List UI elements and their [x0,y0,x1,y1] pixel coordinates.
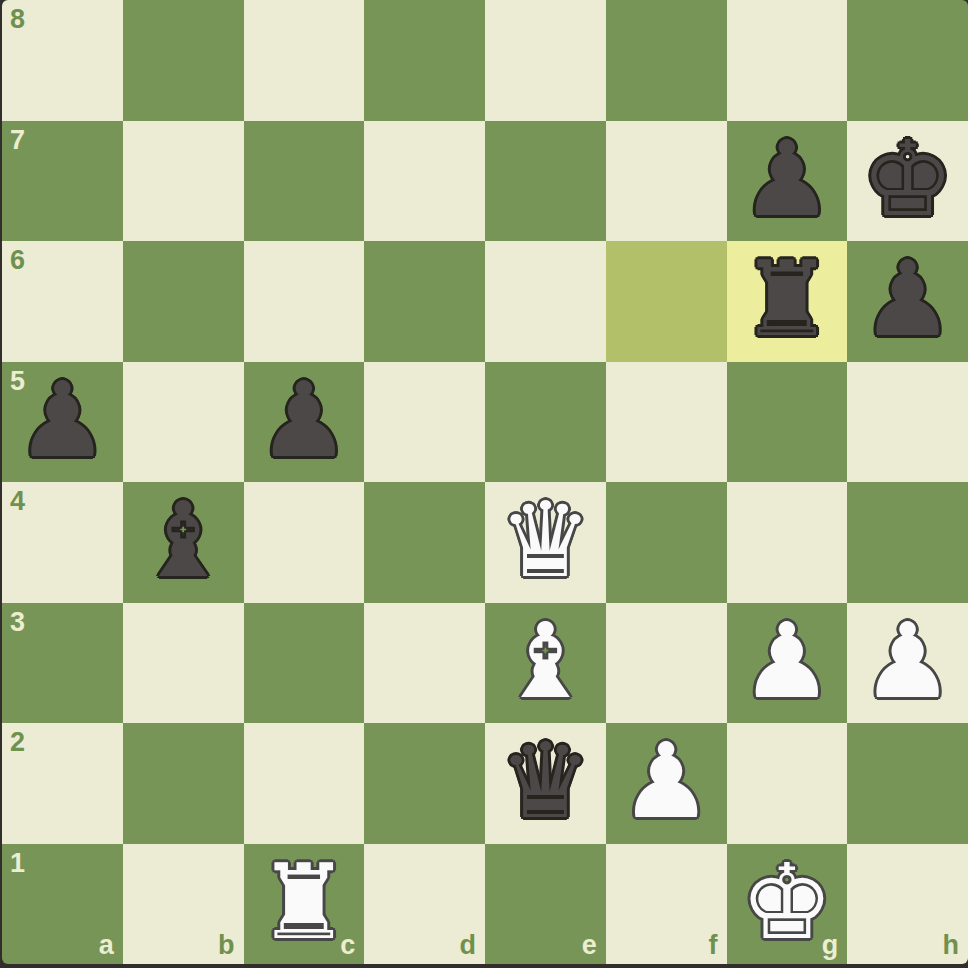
square-f2[interactable]: ♟ [606,723,727,844]
piece-black-rook[interactable]: ♜ [740,247,833,351]
piece-black-pawn[interactable]: ♟ [257,368,350,472]
square-c5[interactable]: ♟ [244,362,365,483]
square-e4[interactable]: ♛ [485,482,606,603]
square-h6[interactable]: ♟ [847,241,968,362]
rank-label-7: 7 [10,127,25,154]
square-a3[interactable]: 3 [2,603,123,724]
square-f5[interactable] [606,362,727,483]
square-b8[interactable] [123,0,244,121]
square-g3[interactable]: ♟ [727,603,848,724]
square-d7[interactable] [364,121,485,242]
square-c4[interactable] [244,482,365,603]
square-f4[interactable] [606,482,727,603]
square-d6[interactable] [364,241,485,362]
square-c2[interactable] [244,723,365,844]
square-b3[interactable] [123,603,244,724]
square-h1[interactable]: h [847,844,968,965]
square-b1[interactable]: b [123,844,244,965]
square-g7[interactable]: ♟ [727,121,848,242]
square-b2[interactable] [123,723,244,844]
square-a1[interactable]: 1a [2,844,123,965]
piece-white-pawn[interactable]: ♟ [740,609,833,713]
piece-black-pawn[interactable]: ♟ [740,127,833,231]
square-g8[interactable] [727,0,848,121]
square-e8[interactable] [485,0,606,121]
piece-white-rook[interactable]: ♜ [257,850,350,954]
square-c1[interactable]: c♜ [244,844,365,965]
rank-label-2: 2 [10,729,25,756]
square-b6[interactable] [123,241,244,362]
square-d1[interactable]: d [364,844,485,965]
square-f7[interactable] [606,121,727,242]
square-h2[interactable] [847,723,968,844]
rank-label-8: 8 [10,6,25,33]
square-g5[interactable] [727,362,848,483]
square-c6[interactable] [244,241,365,362]
square-a2[interactable]: 2 [2,723,123,844]
square-d8[interactable] [364,0,485,121]
file-label-b: b [218,932,235,959]
square-h8[interactable] [847,0,968,121]
square-h4[interactable] [847,482,968,603]
square-f1[interactable]: f [606,844,727,965]
piece-black-bishop[interactable]: ♝ [137,488,230,592]
square-a4[interactable]: 4 [2,482,123,603]
square-g6[interactable]: ♜ [727,241,848,362]
chess-board: 87♟♚6♜♟5♟♟4♝♛3♝♟♟2♛♟1abc♜defg♚h [2,0,968,964]
square-d4[interactable] [364,482,485,603]
square-a6[interactable]: 6 [2,241,123,362]
square-a7[interactable]: 7 [2,121,123,242]
piece-black-pawn[interactable]: ♟ [16,368,109,472]
rank-label-1: 1 [10,850,25,877]
square-c3[interactable] [244,603,365,724]
square-e5[interactable] [485,362,606,483]
square-f6[interactable] [606,241,727,362]
rank-label-4: 4 [10,488,25,515]
square-b4[interactable]: ♝ [123,482,244,603]
piece-white-pawn[interactable]: ♟ [861,609,954,713]
square-b7[interactable] [123,121,244,242]
square-a5[interactable]: 5♟ [2,362,123,483]
square-e7[interactable] [485,121,606,242]
square-a8[interactable]: 8 [2,0,123,121]
square-f3[interactable] [606,603,727,724]
square-g2[interactable] [727,723,848,844]
square-f8[interactable] [606,0,727,121]
square-b5[interactable] [123,362,244,483]
square-e6[interactable] [485,241,606,362]
file-label-f: f [709,932,718,959]
piece-black-pawn[interactable]: ♟ [861,247,954,351]
rank-label-6: 6 [10,247,25,274]
square-e3[interactable]: ♝ [485,603,606,724]
square-h3[interactable]: ♟ [847,603,968,724]
piece-white-pawn[interactable]: ♟ [620,729,713,833]
square-g1[interactable]: g♚ [727,844,848,965]
piece-black-king[interactable]: ♚ [861,127,954,231]
square-e1[interactable]: e [485,844,606,965]
piece-white-bishop[interactable]: ♝ [499,609,592,713]
rank-label-3: 3 [10,609,25,636]
piece-white-queen[interactable]: ♛ [499,488,592,592]
page-background: 87♟♚6♜♟5♟♟4♝♛3♝♟♟2♛♟1abc♜defg♚h [0,0,968,968]
square-h5[interactable] [847,362,968,483]
square-d3[interactable] [364,603,485,724]
file-label-e: e [582,932,597,959]
square-e2[interactable]: ♛ [485,723,606,844]
file-label-a: a [99,932,114,959]
square-h7[interactable]: ♚ [847,121,968,242]
square-c7[interactable] [244,121,365,242]
square-g4[interactable] [727,482,848,603]
square-d2[interactable] [364,723,485,844]
file-label-h: h [943,932,960,959]
piece-black-queen[interactable]: ♛ [499,729,592,833]
piece-white-king[interactable]: ♚ [740,850,833,954]
file-label-d: d [460,932,477,959]
square-c8[interactable] [244,0,365,121]
square-d5[interactable] [364,362,485,483]
